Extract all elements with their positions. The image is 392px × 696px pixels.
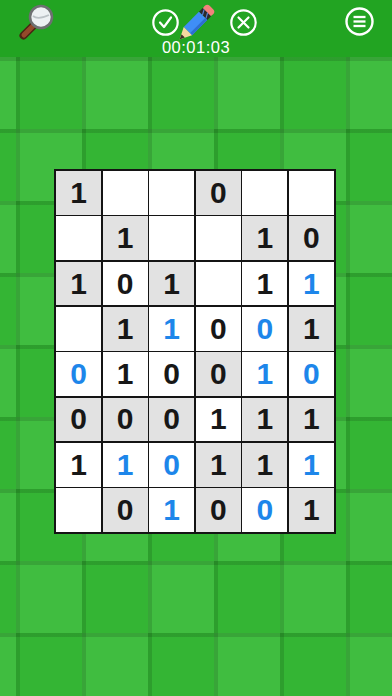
cell-r2c4[interactable] (196, 216, 241, 260)
cell-r2c3[interactable] (149, 216, 194, 260)
cell-r8c1[interactable] (56, 488, 101, 532)
cell-r7c4[interactable]: 1 (196, 443, 241, 487)
cell-r1c4[interactable]: 0 (196, 171, 241, 215)
cell-r8c6[interactable]: 1 (289, 488, 334, 532)
cell-r5c1[interactable]: 0 (56, 352, 101, 396)
top-toolbar: 00:01:03 (0, 0, 392, 57)
cell-r8c3[interactable]: 1 (149, 488, 194, 532)
cell-r6c1[interactable]: 0 (56, 398, 101, 442)
cell-r4c5[interactable]: 0 (242, 307, 287, 351)
cell-r3c3[interactable]: 1 (149, 262, 194, 306)
cell-r2c1[interactable] (56, 216, 101, 260)
binairo-board: 10110101111100101001000011111011101001 (54, 169, 336, 534)
cell-r3c1[interactable]: 1 (56, 262, 101, 306)
cell-r1c5[interactable] (242, 171, 287, 215)
cell-r1c1[interactable]: 1 (56, 171, 101, 215)
cell-r5c3[interactable]: 0 (149, 352, 194, 396)
cell-r5c5[interactable]: 1 (242, 352, 287, 396)
cell-r6c3[interactable]: 0 (149, 398, 194, 442)
cell-r7c5[interactable]: 1 (242, 443, 287, 487)
cell-r8c2[interactable]: 0 (103, 488, 148, 532)
magnifier-icon[interactable] (16, 2, 56, 42)
cell-r4c1[interactable] (56, 307, 101, 351)
cell-r6c4[interactable]: 1 (196, 398, 241, 442)
cell-r2c6[interactable]: 0 (289, 216, 334, 260)
cell-r4c2[interactable]: 1 (103, 307, 148, 351)
cell-r3c5[interactable]: 1 (242, 262, 287, 306)
cell-r7c2[interactable]: 1 (103, 443, 148, 487)
timer: 00:01:03 (162, 38, 230, 57)
cell-r3c4[interactable] (196, 262, 241, 306)
cell-r4c3[interactable]: 1 (149, 307, 194, 351)
cell-r7c3[interactable]: 0 (149, 443, 194, 487)
cell-r2c2[interactable]: 1 (103, 216, 148, 260)
close-circle-icon[interactable] (229, 8, 258, 37)
cell-r4c6[interactable]: 1 (289, 307, 334, 351)
cell-r1c6[interactable] (289, 171, 334, 215)
cell-r6c5[interactable]: 1 (242, 398, 287, 442)
cell-r6c2[interactable]: 0 (103, 398, 148, 442)
cell-r8c5[interactable]: 0 (242, 488, 287, 532)
cell-r1c3[interactable] (149, 171, 194, 215)
cell-r1c2[interactable] (103, 171, 148, 215)
cell-r3c2[interactable]: 0 (103, 262, 148, 306)
cell-r6c6[interactable]: 1 (289, 398, 334, 442)
cell-r5c4[interactable]: 0 (196, 352, 241, 396)
cell-r2c5[interactable]: 1 (242, 216, 287, 260)
cell-r7c1[interactable]: 1 (56, 443, 101, 487)
cell-r3c6[interactable]: 1 (289, 262, 334, 306)
cell-r5c6[interactable]: 0 (289, 352, 334, 396)
cell-r7c6[interactable]: 1 (289, 443, 334, 487)
cell-r8c4[interactable]: 0 (196, 488, 241, 532)
cell-r5c2[interactable]: 1 (103, 352, 148, 396)
menu-icon[interactable] (344, 6, 375, 37)
cell-r4c4[interactable]: 0 (196, 307, 241, 351)
